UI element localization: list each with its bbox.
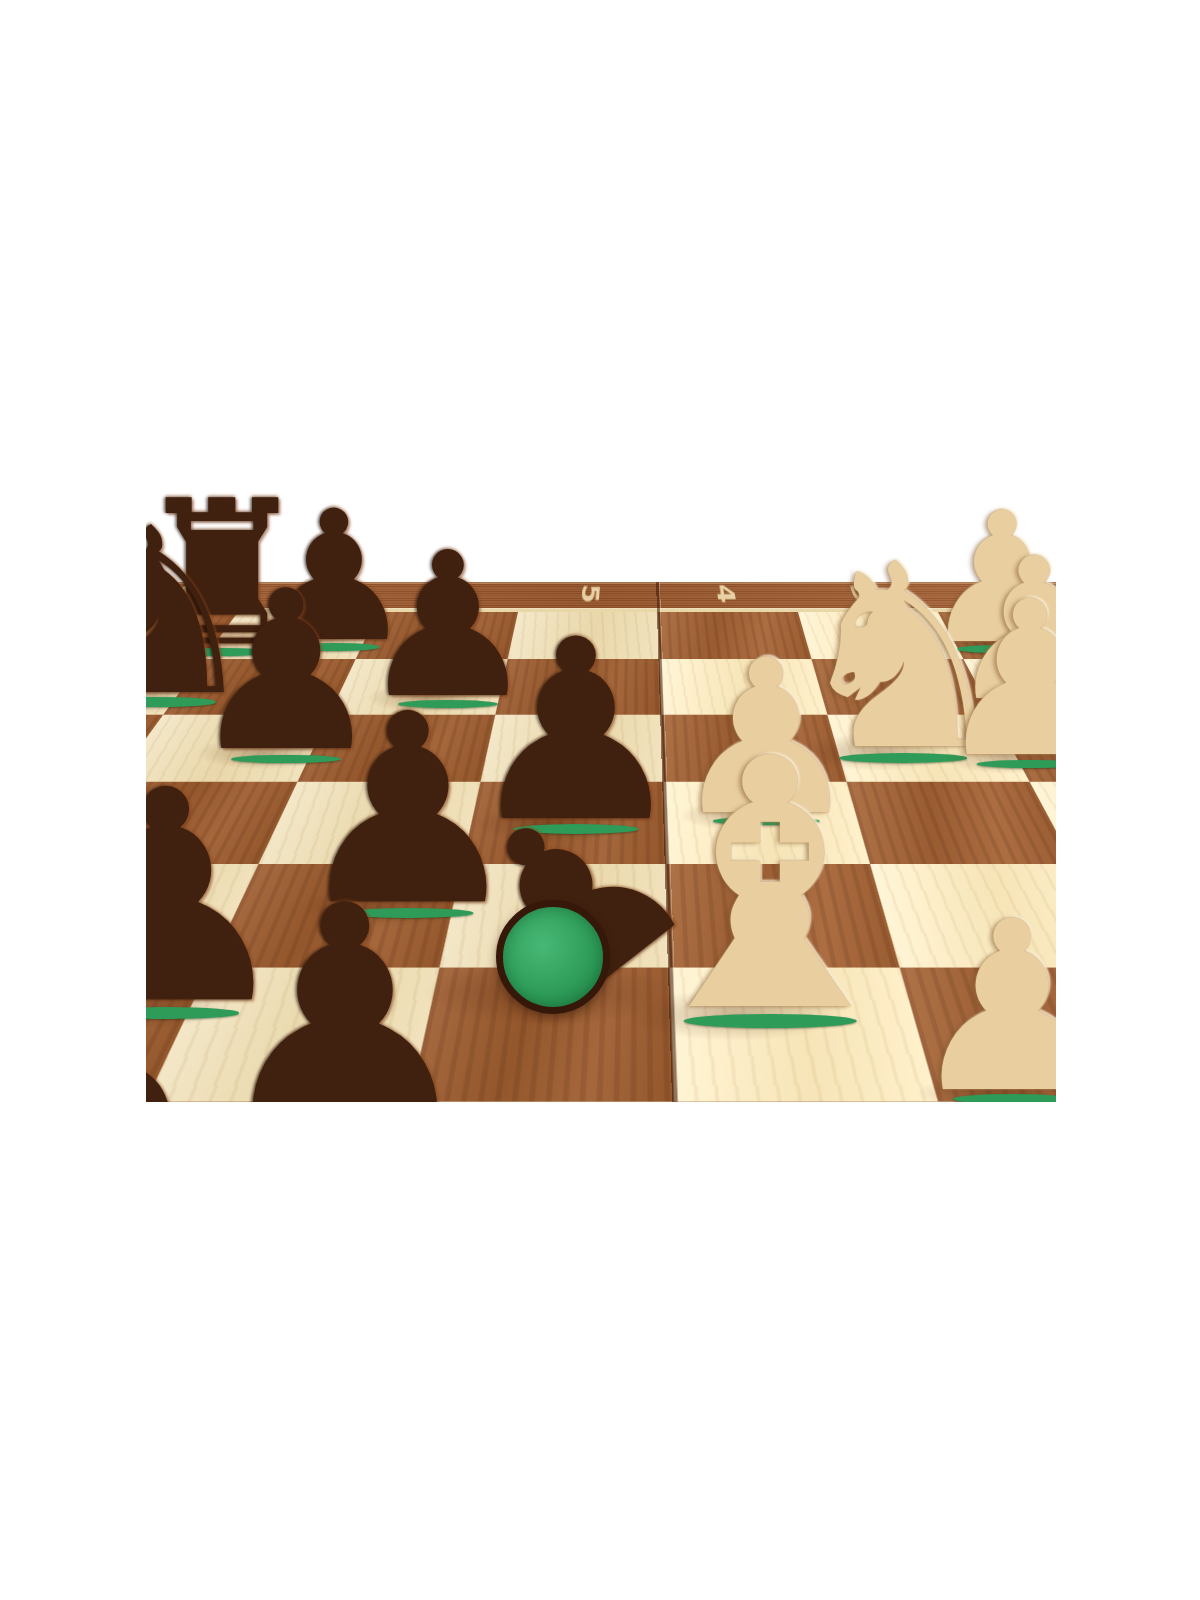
board-photo: 87654321 ♟♟♜♞♟♟♞♟♟♟♟♟♟♝♟♟♝♟ bbox=[146, 430, 1056, 1102]
rank-label-4: 4 bbox=[709, 577, 742, 612]
white-pawn-c3: ♟ bbox=[907, 916, 1056, 1099]
white-bishop-c4: ♝ bbox=[615, 752, 924, 1021]
white-pawn-f2: ♟ bbox=[934, 597, 1056, 764]
black-bishop-a6: ♝ bbox=[146, 1017, 268, 1102]
green-felt-base bbox=[496, 900, 610, 1014]
